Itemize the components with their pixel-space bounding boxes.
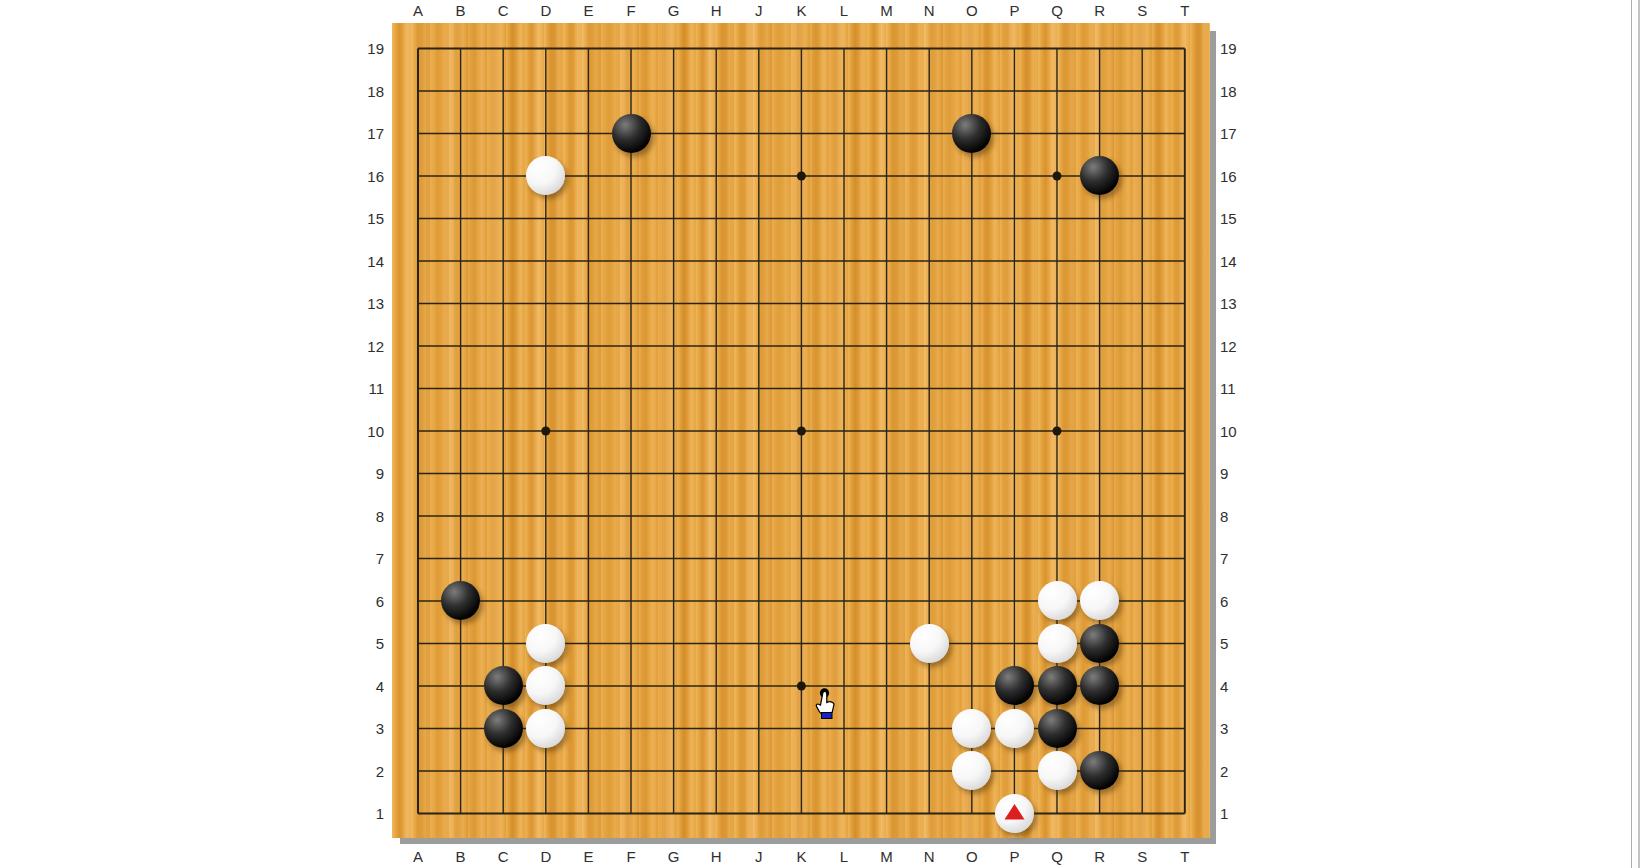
row-label-right-7: 7 (1220, 549, 1256, 568)
col-label-top-C: C (488, 1, 518, 20)
col-label-bottom-D: D (531, 847, 561, 866)
col-label-bottom-C: C (488, 847, 518, 866)
col-label-bottom-L: L (829, 847, 859, 866)
row-label-left-6: 6 (348, 592, 384, 611)
row-label-left-14: 14 (348, 252, 384, 271)
stone-white-D3 (526, 709, 565, 748)
stone-black-R2 (1080, 751, 1119, 790)
col-label-bottom-E: E (573, 847, 603, 866)
col-label-bottom-Q: Q (1042, 847, 1072, 866)
star-point-Q16 (1053, 172, 1062, 181)
star-point-K4 (797, 682, 806, 691)
row-label-left-2: 2 (348, 762, 384, 781)
row-label-left-10: 10 (348, 422, 384, 441)
col-label-bottom-G: G (659, 847, 689, 866)
row-label-right-4: 4 (1220, 677, 1256, 696)
stone-white-N5 (910, 624, 949, 663)
row-label-left-9: 9 (348, 464, 384, 483)
stone-black-C4 (484, 666, 523, 705)
col-label-top-M: M (872, 1, 902, 20)
col-label-top-T: T (1170, 1, 1200, 20)
go-app-canvas: AABBCCDDEEFFGGHHJJKKLLMMNNOOPPQQRRSSTT19… (0, 0, 1640, 868)
stone-black-R5 (1080, 624, 1119, 663)
star-point-D10 (541, 427, 550, 436)
row-label-right-5: 5 (1220, 634, 1256, 653)
stone-white-P3 (995, 709, 1034, 748)
row-label-left-1: 1 (348, 804, 384, 823)
col-label-top-G: G (659, 1, 689, 20)
stone-white-Q6 (1038, 581, 1077, 620)
stone-black-R4 (1080, 666, 1119, 705)
col-label-bottom-O: O (957, 847, 987, 866)
star-point-Q10 (1053, 427, 1062, 436)
stone-black-Q3 (1038, 709, 1077, 748)
row-label-right-6: 6 (1220, 592, 1256, 611)
col-label-bottom-F: F (616, 847, 646, 866)
row-label-right-11: 11 (1220, 379, 1256, 398)
row-label-left-18: 18 (348, 82, 384, 101)
col-label-top-S: S (1127, 1, 1157, 20)
col-label-top-H: H (701, 1, 731, 20)
col-label-top-B: B (446, 1, 476, 20)
cursor-cuff (822, 713, 833, 719)
stone-white-P1 (995, 794, 1034, 833)
col-label-top-R: R (1085, 1, 1115, 20)
stone-black-Q4 (1038, 666, 1077, 705)
stone-black-O17 (952, 114, 991, 153)
row-label-right-15: 15 (1220, 209, 1256, 228)
stone-white-D5 (526, 624, 565, 663)
col-label-bottom-P: P (999, 847, 1029, 866)
row-label-right-12: 12 (1220, 337, 1256, 356)
col-label-top-A: A (403, 1, 433, 20)
board-grid (0, 0, 1640, 868)
row-label-right-1: 1 (1220, 804, 1256, 823)
col-label-bottom-H: H (701, 847, 731, 866)
row-label-right-9: 9 (1220, 464, 1256, 483)
row-label-right-3: 3 (1220, 719, 1256, 738)
row-label-right-13: 13 (1220, 294, 1256, 313)
row-label-left-16: 16 (348, 167, 384, 186)
window-right-scroll-edge[interactable] (1631, 0, 1640, 868)
hand-cursor-icon (808, 685, 842, 719)
hand-pointer-shape (816, 692, 834, 715)
col-label-top-F: F (616, 1, 646, 20)
col-label-bottom-J: J (744, 847, 774, 866)
star-point-K10 (797, 427, 806, 436)
col-label-top-E: E (573, 1, 603, 20)
stone-white-Q5 (1038, 624, 1077, 663)
row-label-right-10: 10 (1220, 422, 1256, 441)
col-label-top-P: P (999, 1, 1029, 20)
row-label-left-12: 12 (348, 337, 384, 356)
col-label-bottom-R: R (1085, 847, 1115, 866)
col-label-bottom-K: K (786, 847, 816, 866)
row-label-right-8: 8 (1220, 507, 1256, 526)
col-label-top-J: J (744, 1, 774, 20)
row-label-right-19: 19 (1220, 39, 1256, 58)
col-label-bottom-A: A (403, 847, 433, 866)
row-label-right-2: 2 (1220, 762, 1256, 781)
row-label-left-11: 11 (348, 379, 384, 398)
stone-black-F17 (612, 114, 651, 153)
col-label-top-L: L (829, 1, 859, 20)
stone-white-Q2 (1038, 751, 1077, 790)
col-label-bottom-T: T (1170, 847, 1200, 866)
stone-black-R16 (1080, 156, 1119, 195)
row-label-left-13: 13 (348, 294, 384, 313)
col-label-bottom-N: N (914, 847, 944, 866)
col-label-top-D: D (531, 1, 561, 20)
row-label-right-18: 18 (1220, 82, 1256, 101)
col-label-bottom-M: M (872, 847, 902, 866)
col-label-bottom-S: S (1127, 847, 1157, 866)
row-label-left-3: 3 (348, 719, 384, 738)
col-label-top-O: O (957, 1, 987, 20)
row-label-right-14: 14 (1220, 252, 1256, 271)
stone-black-C3 (484, 709, 523, 748)
row-label-left-7: 7 (348, 549, 384, 568)
row-label-left-15: 15 (348, 209, 384, 228)
col-label-bottom-B: B (446, 847, 476, 866)
last-move-triangle-marker (995, 794, 1034, 833)
col-label-top-Q: Q (1042, 1, 1072, 20)
row-label-left-8: 8 (348, 507, 384, 526)
stone-black-P4 (995, 666, 1034, 705)
row-label-left-19: 19 (348, 39, 384, 58)
stone-white-O3 (952, 709, 991, 748)
row-label-left-17: 17 (348, 124, 384, 143)
star-point-K16 (797, 172, 806, 181)
stone-black-B6 (441, 581, 480, 620)
row-label-left-4: 4 (348, 677, 384, 696)
row-label-right-16: 16 (1220, 167, 1256, 186)
col-label-top-K: K (786, 1, 816, 20)
stone-white-R6 (1080, 581, 1119, 620)
col-label-top-N: N (914, 1, 944, 20)
row-label-right-17: 17 (1220, 124, 1256, 143)
row-label-left-5: 5 (348, 634, 384, 653)
